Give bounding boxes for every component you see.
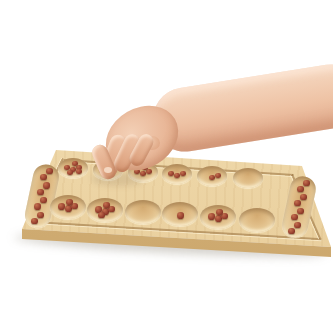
seed	[43, 182, 50, 188]
seed	[297, 186, 304, 192]
seed	[180, 171, 186, 176]
seed	[72, 161, 78, 166]
seed	[300, 194, 307, 200]
pit-near-6[interactable]	[239, 208, 275, 232]
fingernail	[104, 167, 112, 173]
seed	[303, 180, 310, 186]
seed	[215, 173, 221, 178]
seed	[297, 208, 304, 214]
pit-near-3[interactable]	[125, 200, 161, 224]
seed	[34, 203, 41, 209]
scene	[0, 0, 333, 333]
seed	[37, 212, 44, 218]
seed	[177, 212, 184, 218]
seed	[294, 200, 301, 206]
seed	[58, 203, 65, 209]
pit-far-6[interactable]	[233, 168, 263, 188]
seed	[208, 213, 215, 219]
seed	[46, 168, 53, 174]
seed	[294, 222, 301, 228]
seed	[40, 197, 47, 203]
seed	[37, 189, 44, 195]
